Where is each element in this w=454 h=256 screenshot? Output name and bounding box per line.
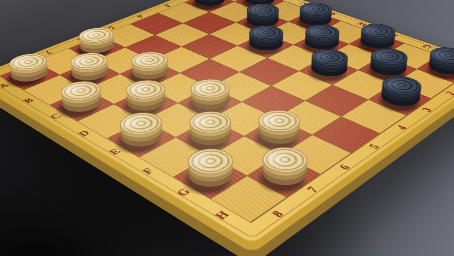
- checkers-board: A88AB77BC66CD55DE44EF33FG22GH11H: [0, 0, 454, 244]
- checkers-screenshot: A88AB77BC66CD55DE44EF33FG22GH11H: [0, 0, 454, 256]
- table-surface: A88AB77BC66CD55DE44EF33FG22GH11H: [0, 0, 454, 256]
